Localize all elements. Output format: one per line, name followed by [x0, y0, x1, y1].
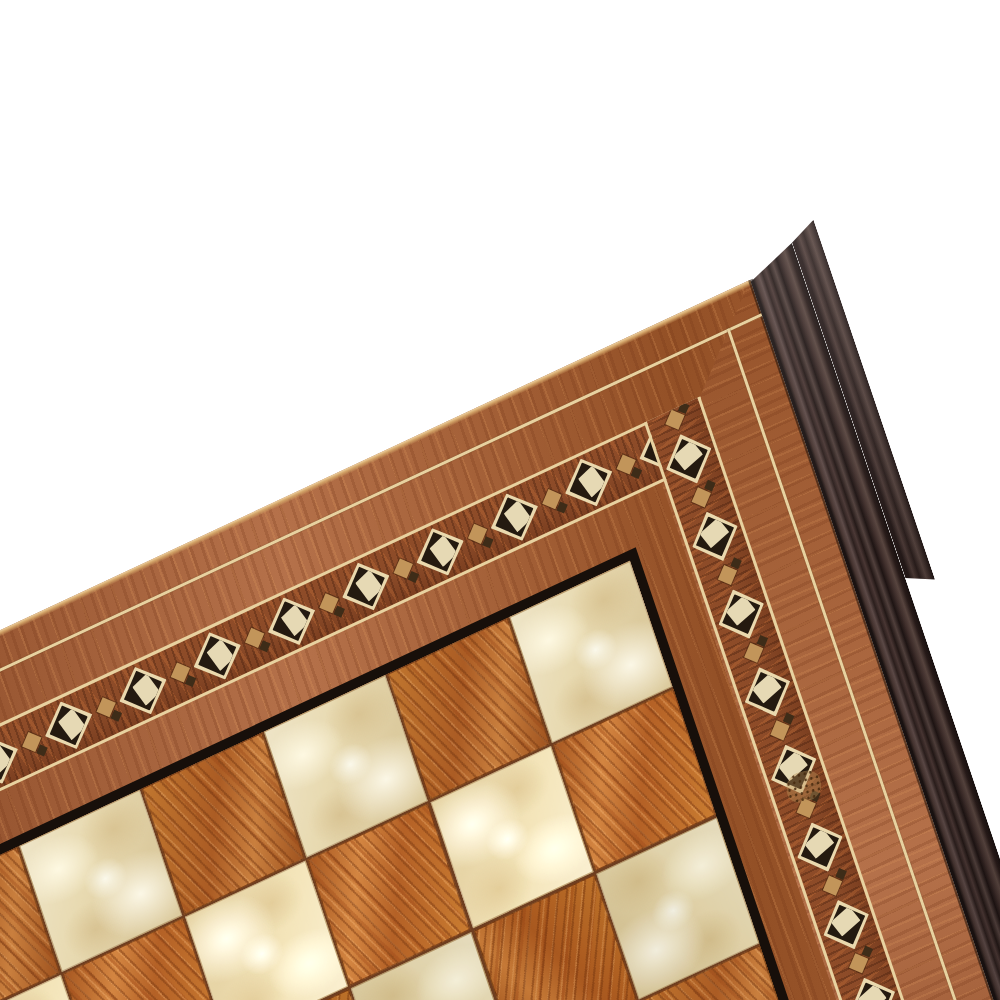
dark-square-inlay — [482, 536, 494, 548]
diamond-inlay-motif — [172, 615, 262, 697]
diamond-dark-fill — [266, 592, 317, 650]
dark-square-inlay — [185, 675, 197, 687]
diamond-light-core — [671, 437, 705, 473]
diamond-dark-fill — [847, 974, 898, 1000]
diamond-light-core — [353, 567, 385, 605]
diamond-light-core — [828, 903, 862, 939]
diamond-inlay-motif — [469, 476, 559, 558]
dark-square-inlay — [556, 502, 568, 514]
diamond-light-core — [723, 593, 757, 629]
diamond-dark-fill — [489, 488, 540, 546]
dark-square-inlay — [36, 744, 48, 756]
diamond-dark-fill — [43, 697, 94, 755]
diamond-light-core — [855, 981, 889, 1000]
diamond-light-core — [502, 497, 534, 535]
diamond-light-core — [427, 532, 459, 570]
diamond-dark-fill — [0, 731, 20, 789]
dark-square-inlay — [259, 640, 271, 652]
photo-background — [0, 0, 1000, 1000]
diamond-outline — [0, 725, 26, 794]
diamond-dark-fill — [340, 558, 391, 616]
diamond-inlay-motif — [24, 684, 114, 766]
diamond-light-core — [0, 740, 14, 778]
diamond-light-core — [130, 671, 162, 709]
diamond-light-core — [205, 636, 237, 674]
diamond-inlay-motif — [321, 546, 411, 628]
chessboard — [0, 280, 1000, 1000]
diamond-inlay-motif — [246, 580, 336, 662]
dark-square-inlay — [631, 467, 643, 479]
diamond-inlay-motif — [395, 511, 485, 593]
diamond-light-core — [576, 462, 608, 500]
diamond-dark-fill — [563, 454, 614, 512]
dark-square-inlay — [111, 710, 123, 722]
diamond-light-core — [750, 670, 784, 706]
dark-square-inlay — [408, 571, 420, 583]
diamond-inlay-motif — [544, 441, 634, 523]
diamond-light-core — [697, 515, 731, 551]
diamond-dark-fill — [117, 662, 168, 720]
dark-square-inlay — [333, 606, 345, 618]
diamond-dark-fill — [192, 627, 243, 685]
diamond-dark-fill — [414, 523, 465, 581]
diamond-light-core — [56, 705, 88, 743]
diamond-inlay-motif — [98, 650, 188, 732]
diamond-light-core — [802, 826, 836, 862]
diamond-outline — [841, 967, 903, 1000]
diamond-light-core — [279, 601, 311, 639]
